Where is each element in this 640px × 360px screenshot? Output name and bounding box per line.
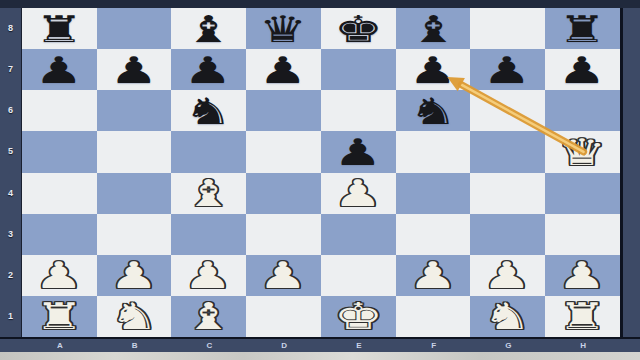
piece-white-knight: ♞ <box>483 298 532 335</box>
square-d3[interactable] <box>246 214 321 255</box>
file-label-g: G <box>472 339 547 352</box>
square-e7[interactable] <box>321 49 396 90</box>
square-h3[interactable] <box>545 214 620 255</box>
piece-black-pawn: ♟ <box>184 51 233 88</box>
square-e8[interactable]: ♚ <box>321 8 396 49</box>
piece-white-pawn: ♟ <box>35 257 84 294</box>
square-f2[interactable]: ♟ <box>396 255 471 296</box>
chess-board: ♜♝♛♚♝♜♟♟♟♟♟♟♟♞♞♟♛♝♟♟♟♟♟♟♟♟♜♞♝♚♞♜ <box>22 8 620 337</box>
file-strip-spacer <box>0 339 23 352</box>
square-e6[interactable] <box>321 90 396 131</box>
square-d2[interactable]: ♟ <box>246 255 321 296</box>
file-strip-spacer <box>621 339 640 352</box>
square-f1[interactable] <box>396 296 471 337</box>
file-label-d: D <box>247 339 322 352</box>
piece-black-pawn: ♟ <box>558 51 607 88</box>
square-b1[interactable]: ♞ <box>97 296 172 337</box>
rank-label-5: 5 <box>0 131 21 172</box>
square-h5[interactable]: ♛ <box>545 131 620 172</box>
square-f5[interactable] <box>396 131 471 172</box>
square-c1[interactable]: ♝ <box>171 296 246 337</box>
square-a8[interactable]: ♜ <box>22 8 97 49</box>
square-c6[interactable]: ♞ <box>171 90 246 131</box>
square-a7[interactable]: ♟ <box>22 49 97 90</box>
square-e3[interactable] <box>321 214 396 255</box>
piece-black-queen: ♛ <box>259 10 308 47</box>
piece-black-pawn: ♟ <box>259 51 308 88</box>
square-g2[interactable]: ♟ <box>470 255 545 296</box>
piece-black-pawn: ♟ <box>483 51 532 88</box>
rank-label-1: 1 <box>0 296 21 337</box>
square-h4[interactable] <box>545 173 620 214</box>
square-b5[interactable] <box>97 131 172 172</box>
square-b4[interactable] <box>97 173 172 214</box>
square-f3[interactable] <box>396 214 471 255</box>
square-b8[interactable] <box>97 8 172 49</box>
piece-white-rook: ♜ <box>558 298 607 335</box>
rank-label-7: 7 <box>0 49 21 90</box>
square-g8[interactable] <box>470 8 545 49</box>
board-border-top <box>0 0 640 8</box>
square-d1[interactable] <box>246 296 321 337</box>
square-d8[interactable]: ♛ <box>246 8 321 49</box>
square-c8[interactable]: ♝ <box>171 8 246 49</box>
rank-label-8: 8 <box>0 8 21 49</box>
square-e5[interactable]: ♟ <box>321 131 396 172</box>
piece-white-pawn: ♟ <box>409 257 458 294</box>
square-f8[interactable]: ♝ <box>396 8 471 49</box>
square-c4[interactable]: ♝ <box>171 173 246 214</box>
square-a6[interactable] <box>22 90 97 131</box>
piece-white-knight: ♞ <box>110 298 159 335</box>
piece-white-pawn: ♟ <box>259 257 308 294</box>
square-c5[interactable] <box>171 131 246 172</box>
square-g3[interactable] <box>470 214 545 255</box>
piece-black-pawn: ♟ <box>35 51 84 88</box>
square-g7[interactable]: ♟ <box>470 49 545 90</box>
square-b3[interactable] <box>97 214 172 255</box>
file-label-e: E <box>322 339 397 352</box>
square-a1[interactable]: ♜ <box>22 296 97 337</box>
piece-white-pawn: ♟ <box>483 257 532 294</box>
piece-black-rook: ♜ <box>35 10 84 47</box>
square-b7[interactable]: ♟ <box>97 49 172 90</box>
square-e2[interactable] <box>321 255 396 296</box>
square-b6[interactable] <box>97 90 172 131</box>
square-d5[interactable] <box>246 131 321 172</box>
piece-white-queen: ♛ <box>558 133 607 170</box>
square-a3[interactable] <box>22 214 97 255</box>
piece-black-pawn: ♟ <box>334 133 383 170</box>
square-d7[interactable]: ♟ <box>246 49 321 90</box>
chess-board-screenshot: 87654321 ♜♝♛♚♝♜♟♟♟♟♟♟♟♞♞♟♛♝♟♟♟♟♟♟♟♟♜♞♝♚♞… <box>0 0 640 360</box>
piece-white-pawn: ♟ <box>184 257 233 294</box>
piece-black-pawn: ♟ <box>110 51 159 88</box>
piece-black-king: ♚ <box>334 10 383 47</box>
piece-black-pawn: ♟ <box>409 51 458 88</box>
square-a4[interactable] <box>22 173 97 214</box>
square-h2[interactable]: ♟ <box>545 255 620 296</box>
piece-black-knight: ♞ <box>184 92 233 129</box>
piece-black-bishop: ♝ <box>409 10 458 47</box>
square-g5[interactable] <box>470 131 545 172</box>
file-label-h: H <box>546 339 621 352</box>
piece-black-knight: ♞ <box>409 92 458 129</box>
rank-label-3: 3 <box>0 214 21 255</box>
square-c3[interactable] <box>171 214 246 255</box>
page-background-strip <box>0 352 640 360</box>
piece-white-rook: ♜ <box>35 298 84 335</box>
rank-label-6: 6 <box>0 90 21 131</box>
rank-label-4: 4 <box>0 173 21 214</box>
board-border-right <box>620 8 640 337</box>
square-e4[interactable]: ♟ <box>321 173 396 214</box>
square-d6[interactable] <box>246 90 321 131</box>
file-label-b: B <box>98 339 173 352</box>
rank-labels: 87654321 <box>0 8 22 337</box>
piece-black-rook: ♜ <box>558 10 607 47</box>
file-labels: ABCDEFGH <box>0 337 640 352</box>
square-f7[interactable]: ♟ <box>396 49 471 90</box>
square-a2[interactable]: ♟ <box>22 255 97 296</box>
square-h7[interactable]: ♟ <box>545 49 620 90</box>
square-g6[interactable] <box>470 90 545 131</box>
square-c2[interactable]: ♟ <box>171 255 246 296</box>
piece-white-bishop: ♝ <box>184 175 233 212</box>
square-b2[interactable]: ♟ <box>97 255 172 296</box>
piece-white-pawn: ♟ <box>558 257 607 294</box>
square-g4[interactable] <box>470 173 545 214</box>
square-h1[interactable]: ♜ <box>545 296 620 337</box>
square-a5[interactable] <box>22 131 97 172</box>
square-h8[interactable]: ♜ <box>545 8 620 49</box>
piece-white-pawn: ♟ <box>334 175 383 212</box>
square-d4[interactable] <box>246 173 321 214</box>
piece-black-bishop: ♝ <box>184 10 233 47</box>
square-h6[interactable] <box>545 90 620 131</box>
file-label-f: F <box>397 339 472 352</box>
square-f4[interactable] <box>396 173 471 214</box>
file-label-c: C <box>173 339 248 352</box>
square-g1[interactable]: ♞ <box>470 296 545 337</box>
piece-white-bishop: ♝ <box>184 298 233 335</box>
rank-label-2: 2 <box>0 255 21 296</box>
piece-white-pawn: ♟ <box>110 257 159 294</box>
square-c7[interactable]: ♟ <box>171 49 246 90</box>
square-e1[interactable]: ♚ <box>321 296 396 337</box>
square-f6[interactable]: ♞ <box>396 90 471 131</box>
file-label-a: A <box>23 339 98 352</box>
piece-white-king: ♚ <box>334 298 383 335</box>
